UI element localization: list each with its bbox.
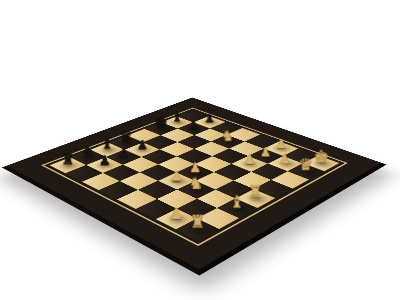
pawn-glyph: ♟ (204, 112, 214, 123)
rook-glyph: ♜ (190, 214, 206, 232)
pawn-glyph: ♟ (188, 119, 198, 131)
pawn-glyph: ♟ (171, 169, 183, 183)
board-grid: ♜♞♝♛♚♝♟♟♟♟♟♞♟♟♞♟♟♟♟♟♜♝♜♛♚ (50, 110, 340, 240)
pawn-glyph: ♟ (260, 145, 271, 158)
pawn-glyph: ♟ (275, 138, 286, 150)
bishop-glyph: ♝ (230, 194, 245, 211)
queen-glyph: ♛ (119, 129, 132, 144)
board-inlay-line: ♜♞♝♛♚♝♟♟♟♟♟♞♟♟♞♟♟♟♟♟♜♝♜♛♚ (41, 108, 348, 246)
bishop-glyph: ♝ (171, 111, 183, 124)
king-glyph: ♚ (154, 115, 168, 130)
pawn-glyph: ♟ (98, 154, 110, 167)
pawn-glyph: ♟ (189, 161, 201, 174)
pawn-glyph: ♟ (118, 146, 129, 159)
knight-glyph: ♞ (81, 145, 94, 160)
product-photo-canvas: ♜♞♝♛♚♝♟♟♟♟♟♞♟♟♞♟♟♟♟♟♜♝♜♛♚ (0, 0, 400, 300)
knight-glyph: ♞ (189, 176, 203, 192)
rook-glyph: ♜ (248, 184, 263, 200)
bishop-glyph: ♝ (101, 137, 114, 151)
rook-glyph: ♜ (61, 152, 74, 167)
chess-board: ♜♞♝♛♚♝♟♟♟♟♟♞♟♟♞♟♟♟♟♟♜♝♜♛♚ (2, 97, 387, 275)
pawn-glyph: ♟ (137, 139, 148, 151)
queen-glyph: ♛ (299, 157, 314, 173)
knight-glyph: ♞ (222, 130, 235, 144)
square-e3 (214, 164, 251, 180)
king-glyph: ♚ (314, 148, 329, 165)
